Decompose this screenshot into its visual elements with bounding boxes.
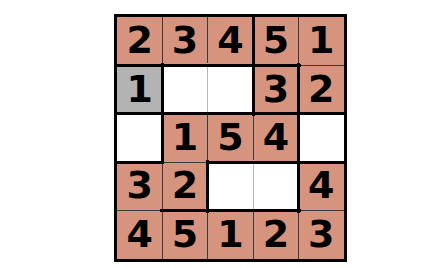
cell-value: 2 [308,70,334,108]
cell-r3c1[interactable] [117,114,162,162]
cell-value: 1 [308,21,334,59]
cell-r1c1: 2 [117,17,162,65]
cell-value: 5 [217,118,243,156]
cell-value: 1 [126,70,152,108]
cell-r4c2: 2 [162,162,207,210]
cell-value: 4 [308,166,334,204]
cage-border [206,161,255,164]
cell-value: 3 [172,21,198,59]
puzzle-board: 2345113215432445123 [114,14,347,262]
cell-r3c4: 4 [253,114,298,162]
grid-line [162,17,163,67]
cage-border [297,112,300,164]
grid-line [298,17,299,67]
cage-border [297,161,344,164]
cell-r4c1: 3 [117,162,162,210]
cell-value: 2 [263,215,289,253]
cell-r1c4: 5 [253,17,298,65]
cell-r1c2: 3 [162,17,207,65]
cell-r2c4: 3 [253,65,298,113]
cell-r4c5: 4 [299,162,344,210]
cage-border [160,112,209,115]
grid-line [207,63,208,115]
cage-border [297,112,344,115]
cage-border [160,209,209,212]
cage-border [252,63,255,115]
cell-r3c5[interactable] [299,114,344,162]
cell-value: 4 [263,118,289,156]
cage-border [252,17,255,67]
cage-border [206,64,255,67]
grid-line [207,17,208,67]
cell-r5c1: 4 [117,211,162,259]
cell-r5c2: 5 [162,211,207,259]
grid-line [207,209,208,259]
cell-value: 5 [172,215,198,253]
grid-line [162,160,163,212]
grid-line [160,162,209,163]
cell-r2c3[interactable] [208,65,253,113]
cage-border [161,112,164,164]
cage-border [160,64,209,67]
cell-value: 2 [172,166,198,204]
cage-border [251,64,300,67]
cell-r2c2[interactable] [162,65,207,113]
cell-r2c1: 1 [117,65,162,113]
cage-border [206,209,255,212]
grid-line [253,112,254,164]
grid-line [297,210,344,211]
cell-r2c5: 2 [299,65,344,113]
cage-border [161,63,164,115]
cell-value: 2 [126,21,152,59]
cell-r5c4: 2 [253,211,298,259]
cell-value: 3 [126,166,152,204]
page-background: 2345113215432445123 [0,0,445,267]
cell-value: 4 [217,21,243,59]
grid-line [207,112,208,164]
cage-border [297,63,300,115]
cage-border [117,64,164,67]
cell-r4c3[interactable] [208,162,253,210]
cell-r3c3: 5 [208,114,253,162]
cell-r1c5: 1 [299,17,344,65]
cage-border [206,160,209,212]
cell-value: 3 [263,70,289,108]
cell-value: 4 [126,215,152,253]
cell-r1c3: 4 [208,17,253,65]
cell-value: 1 [217,215,243,253]
cell-r5c5: 3 [299,211,344,259]
cell-value: 1 [172,118,198,156]
cell-value: 3 [308,215,334,253]
cell-value: 5 [263,21,289,59]
grid-line [297,65,344,66]
cage-border [297,160,300,212]
cell-r4c4[interactable] [253,162,298,210]
grid-line [298,209,299,259]
cell-r3c2: 1 [162,114,207,162]
grid-line [253,160,254,212]
cage-border [117,161,164,164]
grid-line [117,210,164,211]
cell-r5c3: 1 [208,211,253,259]
cage-border [251,209,300,212]
grid-line [253,209,254,259]
cage-border [117,112,164,115]
cage-border [206,112,255,115]
grid-line [162,209,163,259]
cage-border [251,161,300,164]
cage-border [251,112,300,115]
